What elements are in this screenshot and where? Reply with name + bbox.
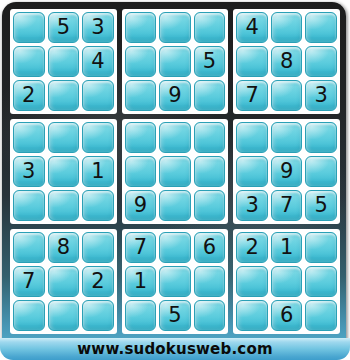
cell-r7c6[interactable]: 6: [194, 232, 226, 263]
cell-r2c6[interactable]: 5: [194, 46, 226, 77]
cell-r9c1[interactable]: [13, 300, 45, 331]
cell-r8c5[interactable]: [159, 266, 191, 297]
cell-r8c9[interactable]: [305, 266, 337, 297]
cell-r4c9[interactable]: [305, 122, 337, 153]
cell-r5c3[interactable]: 1: [82, 156, 114, 187]
sudoku-widget: 534259487331993758727615216 www.sudokusw…: [0, 0, 350, 360]
block-1-3: 4873: [233, 9, 340, 114]
cell-r1c5[interactable]: [159, 12, 191, 43]
cell-r8c2[interactable]: [48, 266, 80, 297]
cell-r1c9[interactable]: [305, 12, 337, 43]
cell-r3c6[interactable]: [194, 80, 226, 111]
cell-r4c6[interactable]: [194, 122, 226, 153]
cell-r4c8[interactable]: [271, 122, 303, 153]
cell-r7c7[interactable]: 2: [236, 232, 268, 263]
cell-r4c7[interactable]: [236, 122, 268, 153]
cell-r6c4[interactable]: 9: [125, 190, 157, 221]
cell-r4c1[interactable]: [13, 122, 45, 153]
cell-r3c4[interactable]: [125, 80, 157, 111]
cell-r8c6[interactable]: [194, 266, 226, 297]
cell-r1c3[interactable]: 3: [82, 12, 114, 43]
cell-r6c9[interactable]: 5: [305, 190, 337, 221]
cell-r8c1[interactable]: 7: [13, 266, 45, 297]
cell-r2c1[interactable]: [13, 46, 45, 77]
cell-r1c2[interactable]: 5: [48, 12, 80, 43]
cell-r3c9[interactable]: 3: [305, 80, 337, 111]
cell-r7c9[interactable]: [305, 232, 337, 263]
cell-r2c5[interactable]: [159, 46, 191, 77]
cell-r1c8[interactable]: [271, 12, 303, 43]
cell-r6c7[interactable]: 3: [236, 190, 268, 221]
cell-r3c2[interactable]: [48, 80, 80, 111]
cell-r5c6[interactable]: [194, 156, 226, 187]
cell-r9c8[interactable]: 6: [271, 300, 303, 331]
cell-r8c4[interactable]: 1: [125, 266, 157, 297]
block-1-1: 5342: [10, 9, 117, 114]
cell-r2c7[interactable]: [236, 46, 268, 77]
cell-r7c3[interactable]: [82, 232, 114, 263]
cell-r5c1[interactable]: 3: [13, 156, 45, 187]
cell-r7c5[interactable]: [159, 232, 191, 263]
block-3-3: 216: [233, 229, 340, 334]
cell-r7c4[interactable]: 7: [125, 232, 157, 263]
cell-r6c3[interactable]: [82, 190, 114, 221]
cell-r3c8[interactable]: [271, 80, 303, 111]
cell-r7c1[interactable]: [13, 232, 45, 263]
cell-r5c8[interactable]: 9: [271, 156, 303, 187]
cell-r2c3[interactable]: 4: [82, 46, 114, 77]
site-url-label: www.sudokusweb.com: [77, 340, 272, 358]
cell-r1c1[interactable]: [13, 12, 45, 43]
cell-r6c6[interactable]: [194, 190, 226, 221]
cell-r1c4[interactable]: [125, 12, 157, 43]
cell-r4c2[interactable]: [48, 122, 80, 153]
cell-r3c5[interactable]: 9: [159, 80, 191, 111]
cell-r6c5[interactable]: [159, 190, 191, 221]
cell-r3c7[interactable]: 7: [236, 80, 268, 111]
cell-r2c9[interactable]: [305, 46, 337, 77]
cell-r9c9[interactable]: [305, 300, 337, 331]
cell-r9c5[interactable]: 5: [159, 300, 191, 331]
cell-r4c4[interactable]: [125, 122, 157, 153]
block-3-1: 872: [10, 229, 117, 334]
cell-r9c7[interactable]: [236, 300, 268, 331]
cell-r8c7[interactable]: [236, 266, 268, 297]
cell-r1c7[interactable]: 4: [236, 12, 268, 43]
cell-r6c2[interactable]: [48, 190, 80, 221]
cell-r6c1[interactable]: [13, 190, 45, 221]
cell-r3c1[interactable]: 2: [13, 80, 45, 111]
cell-r9c2[interactable]: [48, 300, 80, 331]
cell-r5c9[interactable]: [305, 156, 337, 187]
cell-r5c5[interactable]: [159, 156, 191, 187]
sudoku-board: 534259487331993758727615216: [0, 0, 350, 338]
cell-r8c3[interactable]: 2: [82, 266, 114, 297]
cell-r1c6[interactable]: [194, 12, 226, 43]
cell-r8c8[interactable]: [271, 266, 303, 297]
cell-r7c2[interactable]: 8: [48, 232, 80, 263]
cell-r3c3[interactable]: [82, 80, 114, 111]
cell-r9c4[interactable]: [125, 300, 157, 331]
cell-r6c8[interactable]: 7: [271, 190, 303, 221]
cell-r2c4[interactable]: [125, 46, 157, 77]
cell-r4c3[interactable]: [82, 122, 114, 153]
cell-r5c2[interactable]: [48, 156, 80, 187]
block-1-2: 59: [122, 9, 229, 114]
block-2-1: 31: [10, 119, 117, 224]
cell-r5c7[interactable]: [236, 156, 268, 187]
cell-r2c2[interactable]: [48, 46, 80, 77]
cell-r9c3[interactable]: [82, 300, 114, 331]
cell-r5c4[interactable]: [125, 156, 157, 187]
block-2-3: 9375: [233, 119, 340, 224]
block-2-2: 9: [122, 119, 229, 224]
footer-bar: www.sudokusweb.com: [0, 338, 350, 360]
cell-r2c8[interactable]: 8: [271, 46, 303, 77]
cell-r7c8[interactable]: 1: [271, 232, 303, 263]
cell-r9c6[interactable]: [194, 300, 226, 331]
cell-r4c5[interactable]: [159, 122, 191, 153]
block-3-2: 7615: [122, 229, 229, 334]
